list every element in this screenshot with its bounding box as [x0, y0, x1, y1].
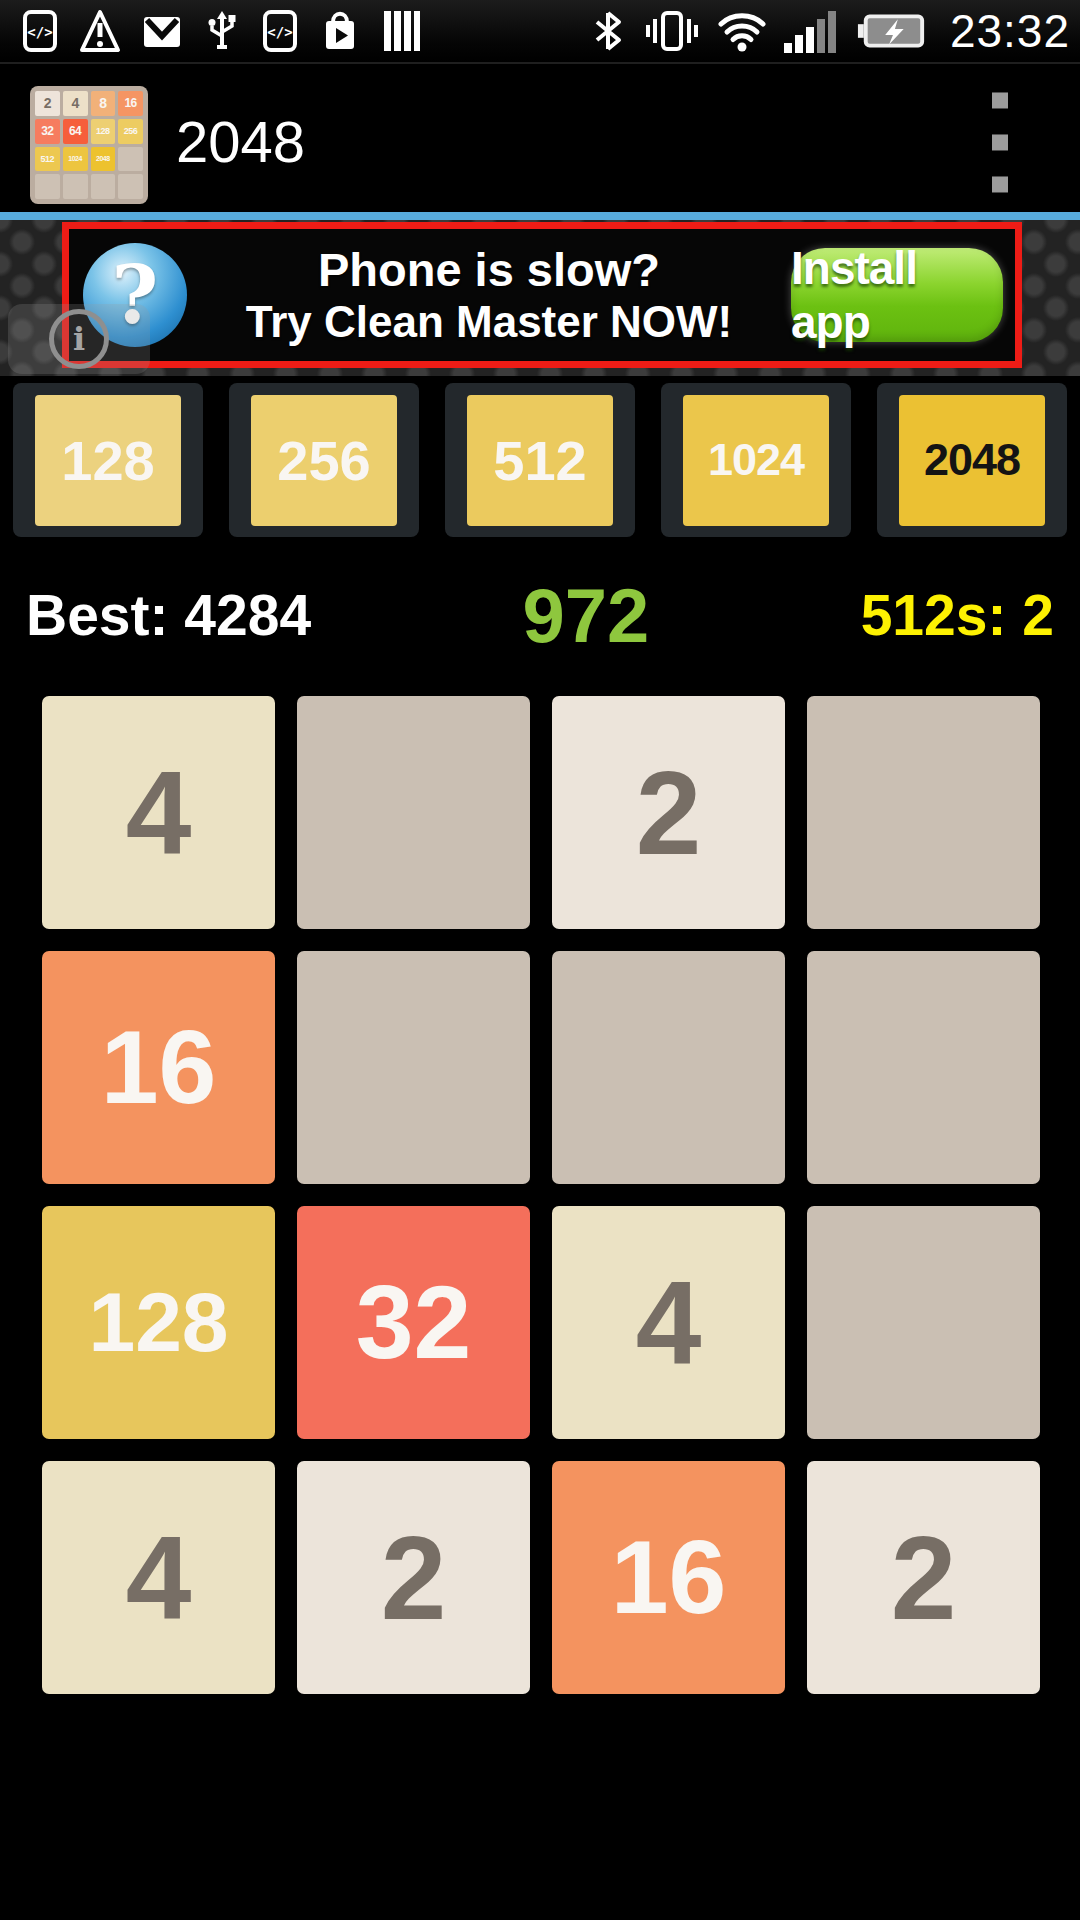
board-cell-r1c4 [807, 696, 1040, 929]
app-icon-tile [118, 147, 143, 172]
app-icon-tile [118, 174, 143, 199]
board-cell-r2c4 [807, 951, 1040, 1184]
app-icon-tile: 32 [35, 119, 60, 144]
board-cell-r3c3: 4 [552, 1206, 785, 1439]
app-icon-tile: 1024 [63, 147, 88, 172]
bluetooth-icon [590, 9, 626, 53]
page-title: 2048 [176, 108, 305, 175]
board-cell-r1c3: 2 [552, 696, 785, 929]
board-cell-r1c1: 4 [42, 696, 275, 929]
milestone-frame-512: 512 [445, 383, 635, 537]
app-icon-tile [35, 174, 60, 199]
board-cell-r3c4 [807, 1206, 1040, 1439]
battery-charging-icon [856, 9, 928, 53]
best-score: Best: 4284 [26, 582, 311, 648]
signal-bars-icon [784, 9, 838, 53]
app-icon-tile [91, 174, 116, 199]
install-app-button[interactable]: Install app [791, 248, 1003, 342]
milestone-tile-512: 512 [467, 395, 613, 526]
vibrate-icon [644, 9, 700, 53]
ad-info-badge[interactable]: i [8, 304, 150, 374]
board-cell-r4c2: 2 [297, 1461, 530, 1694]
board-cell-r2c1: 16 [42, 951, 275, 1184]
app-icon-tile: 64 [63, 119, 88, 144]
status-bar: </> </> [0, 0, 1080, 62]
usb-notification-icon [202, 9, 242, 53]
pages-notification-icon [380, 9, 424, 53]
clock: 23:32 [950, 4, 1070, 58]
milestone-tile-256: 256 [251, 395, 397, 526]
board-cell-r2c3 [552, 951, 785, 1184]
board-cell-r4c4: 2 [807, 1461, 1040, 1694]
milestone-row: 128 256 512 1024 2048 [0, 376, 1080, 537]
app-icon-tile: 16 [118, 91, 143, 116]
board-cell-r4c3: 16 [552, 1461, 785, 1694]
warning-notification-icon [78, 9, 122, 53]
svg-text:</>: </> [267, 24, 292, 40]
board-cell-r2c2 [297, 951, 530, 1184]
board-cell-r3c1: 128 [42, 1206, 275, 1439]
milestone-tile-1024: 1024 [683, 395, 829, 526]
milestone-frame-1024: 1024 [661, 383, 851, 537]
overflow-menu-icon[interactable] [986, 86, 1014, 198]
app-icon-tile: 256 [118, 119, 143, 144]
app-icon-tile: 128 [91, 119, 116, 144]
ad-banner[interactable]: ? Phone is slow? Try Clean Master NOW! I… [62, 222, 1022, 368]
svg-text:</>: </> [27, 24, 52, 40]
gmail-notification-icon [140, 9, 184, 53]
milestone-frame-256: 256 [229, 383, 419, 537]
ad-section: ? Phone is slow? Try Clean Master NOW! I… [0, 220, 1080, 376]
app-icon-tile: 8 [91, 91, 116, 116]
milestone-tile-2048: 2048 [899, 395, 1045, 526]
2048-app-screen: { "game": "2048", "position": "4 . 2 . /… [0, 0, 1080, 1920]
board-cell-r4c1: 4 [42, 1461, 275, 1694]
board-cell-r3c2: 32 [297, 1206, 530, 1439]
app-icon-tile [63, 174, 88, 199]
milestone-frame-128: 128 [13, 383, 203, 537]
app-icon-tile: 2 [35, 91, 60, 116]
milestone-frame-2048: 2048 [877, 383, 1067, 537]
divider-line [0, 212, 1080, 220]
ad-text: Phone is slow? Try Clean Master NOW! [187, 243, 791, 348]
512s-counter: 512s: 2 [861, 582, 1054, 648]
play-store-notification-icon [318, 9, 362, 53]
ad-subline: Try Clean Master NOW! [193, 297, 785, 348]
code-notification-icon: </> [20, 9, 60, 53]
scoreboard: Best: 4284 972 512s: 2 [0, 551, 1080, 679]
ad-headline: Phone is slow? [193, 243, 785, 297]
current-score: 972 [523, 572, 650, 659]
wifi-icon [718, 9, 766, 53]
app-bar: 2 4 8 16 32 64 128 256 512 1024 2048 204… [0, 62, 1080, 212]
board-cell-r1c2 [297, 696, 530, 929]
app-icon-tile: 4 [63, 91, 88, 116]
app-icon-tile: 512 [35, 147, 60, 172]
info-icon: i [49, 309, 109, 369]
code-notification-icon-2: </> [260, 9, 300, 53]
milestone-tile-128: 128 [35, 395, 181, 526]
app-icon-2048: 2 4 8 16 32 64 128 256 512 1024 2048 [30, 86, 148, 204]
notification-icons: </> </> [10, 9, 424, 53]
game-board[interactable]: 4 2 16 128 32 4 4 2 16 2 [42, 696, 1040, 1694]
system-status-icons: 23:32 [590, 4, 1070, 58]
app-icon-tile: 2048 [91, 147, 116, 172]
